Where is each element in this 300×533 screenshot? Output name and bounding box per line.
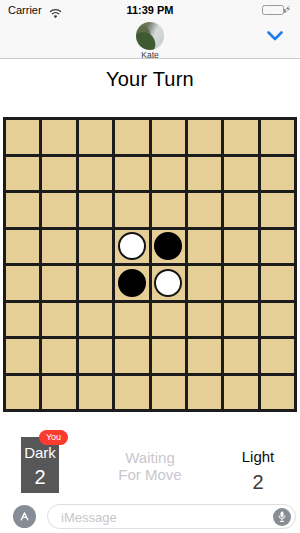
message-placeholder: iMessage — [61, 510, 117, 525]
waiting-line1: Waiting — [90, 450, 210, 467]
message-input[interactable]: iMessage — [47, 504, 296, 529]
black-disc — [154, 232, 182, 260]
board-cell-c8[interactable] — [79, 376, 112, 410]
board-cell-c7[interactable] — [79, 339, 112, 373]
board-cell-a4[interactable] — [6, 230, 39, 264]
board-cell-a6[interactable] — [6, 303, 39, 337]
board-cell-b1[interactable] — [42, 120, 75, 154]
board-cell-g5[interactable] — [224, 266, 257, 300]
app-store-icon[interactable] — [13, 505, 36, 528]
board-cell-g3[interactable] — [224, 193, 257, 227]
board-cell-h1[interactable] — [261, 120, 294, 154]
board-cell-f4[interactable] — [188, 230, 221, 264]
board-cell-d4[interactable] — [115, 230, 148, 264]
board-cell-a5[interactable] — [6, 266, 39, 300]
dark-label: Dark — [21, 444, 59, 461]
board-cell-a8[interactable] — [6, 376, 39, 410]
contact-avatar[interactable] — [136, 22, 164, 50]
status-time: 11:39 PM — [0, 4, 300, 16]
imessage-othello-screen: Carrier 11:39 PM ⚡ Kate Your Turn — [0, 0, 300, 533]
board-cell-h5[interactable] — [261, 266, 294, 300]
charging-bolt-icon: ⚡ — [285, 4, 291, 15]
board-cell-b4[interactable] — [42, 230, 75, 264]
board-cell-f2[interactable] — [188, 157, 221, 191]
board-cell-g6[interactable] — [224, 303, 257, 337]
board — [3, 117, 297, 412]
board-cell-h6[interactable] — [261, 303, 294, 337]
board-cell-d3[interactable] — [115, 193, 148, 227]
board-cell-c3[interactable] — [79, 193, 112, 227]
board-cell-g1[interactable] — [224, 120, 257, 154]
board-cell-e5[interactable] — [152, 266, 185, 300]
board-cell-b2[interactable] — [42, 157, 75, 191]
chevron-down-icon[interactable] — [267, 27, 283, 45]
board-cell-f6[interactable] — [188, 303, 221, 337]
board-cell-b6[interactable] — [42, 303, 75, 337]
board-cell-h3[interactable] — [261, 193, 294, 227]
waiting-status: Waiting For Move — [90, 450, 210, 483]
board-cell-e2[interactable] — [152, 157, 185, 191]
white-disc — [154, 269, 182, 297]
board-cell-e3[interactable] — [152, 193, 185, 227]
board-cell-c4[interactable] — [79, 230, 112, 264]
board-cell-e1[interactable] — [152, 120, 185, 154]
board-cell-e8[interactable] — [152, 376, 185, 410]
board-cell-c5[interactable] — [79, 266, 112, 300]
white-disc — [118, 232, 146, 260]
dark-count: 2 — [21, 466, 59, 489]
board-cell-c2[interactable] — [79, 157, 112, 191]
board-cell-f7[interactable] — [188, 339, 221, 373]
board-cell-g2[interactable] — [224, 157, 257, 191]
board-cell-h4[interactable] — [261, 230, 294, 264]
board-cell-b3[interactable] — [42, 193, 75, 227]
board-cell-f3[interactable] — [188, 193, 221, 227]
board-cell-f8[interactable] — [188, 376, 221, 410]
light-score-panel: Light 2 — [228, 448, 288, 494]
board-cell-b5[interactable] — [42, 266, 75, 300]
board-cell-h8[interactable] — [261, 376, 294, 410]
you-badge: You — [39, 430, 68, 445]
board-cell-d5[interactable] — [115, 266, 148, 300]
board-cell-h2[interactable] — [261, 157, 294, 191]
board-cell-a3[interactable] — [6, 193, 39, 227]
board-cell-e6[interactable] — [152, 303, 185, 337]
battery-full-charging-icon — [262, 5, 284, 15]
microphone-icon[interactable] — [273, 508, 291, 526]
board-cell-e7[interactable] — [152, 339, 185, 373]
board-cell-d2[interactable] — [115, 157, 148, 191]
light-label: Light — [228, 448, 288, 465]
board-cell-a7[interactable] — [6, 339, 39, 373]
contact-name: Kate — [0, 50, 300, 60]
board-cell-g4[interactable] — [224, 230, 257, 264]
board-cell-f5[interactable] — [188, 266, 221, 300]
board-cell-b7[interactable] — [42, 339, 75, 373]
board-cell-c6[interactable] — [79, 303, 112, 337]
board-cell-a2[interactable] — [6, 157, 39, 191]
board-cell-g7[interactable] — [224, 339, 257, 373]
imessage-input-bar: iMessage — [0, 498, 300, 533]
light-count: 2 — [228, 471, 288, 494]
board-cell-c1[interactable] — [79, 120, 112, 154]
board-cell-d6[interactable] — [115, 303, 148, 337]
turn-status-title: Your Turn — [0, 68, 300, 91]
dark-score-panel: Dark 2 — [21, 437, 59, 493]
waiting-line2: For Move — [90, 467, 210, 484]
board-cell-g8[interactable] — [224, 376, 257, 410]
board-cell-h7[interactable] — [261, 339, 294, 373]
board-cell-e4[interactable] — [152, 230, 185, 264]
board-cell-d1[interactable] — [115, 120, 148, 154]
top-chrome: Carrier 11:39 PM ⚡ Kate — [0, 0, 300, 59]
board-cell-f1[interactable] — [188, 120, 221, 154]
board-cell-d7[interactable] — [115, 339, 148, 373]
black-disc — [118, 269, 146, 297]
status-bar: Carrier 11:39 PM ⚡ — [0, 0, 300, 20]
board-cell-a1[interactable] — [6, 120, 39, 154]
board-cell-d8[interactable] — [115, 376, 148, 410]
board-cell-b8[interactable] — [42, 376, 75, 410]
